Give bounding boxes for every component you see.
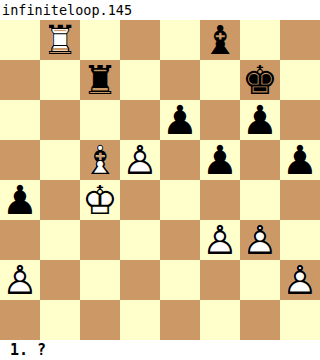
square-g8[interactable] bbox=[240, 20, 280, 60]
square-a5[interactable] bbox=[0, 140, 40, 180]
square-a3[interactable] bbox=[0, 220, 40, 260]
square-f7[interactable] bbox=[200, 60, 240, 100]
white-pawn: ♙ bbox=[120, 140, 160, 180]
square-h6[interactable] bbox=[280, 100, 320, 140]
square-a6[interactable] bbox=[0, 100, 40, 140]
square-b5[interactable] bbox=[40, 140, 80, 180]
white-king: ♔ bbox=[80, 180, 120, 220]
square-d1[interactable] bbox=[120, 300, 160, 340]
square-h4[interactable] bbox=[280, 180, 320, 220]
square-b6[interactable] bbox=[40, 100, 80, 140]
square-f6[interactable] bbox=[200, 100, 240, 140]
white-pawn-fill: ♟ bbox=[240, 220, 280, 260]
square-b2[interactable] bbox=[40, 260, 80, 300]
white-king-fill: ♚ bbox=[80, 180, 120, 220]
chess-diagram-page: infiniteloop.145 ♜♖♝♜♚♟♟♝♗♟♙♟♟♟♚♔♟♙♟♙♟♙♟… bbox=[0, 0, 320, 360]
square-e8[interactable] bbox=[160, 20, 200, 60]
square-f4[interactable] bbox=[200, 180, 240, 220]
square-g7[interactable]: ♚ bbox=[240, 60, 280, 100]
square-b8[interactable]: ♜♖ bbox=[40, 20, 80, 60]
square-d5[interactable]: ♟♙ bbox=[120, 140, 160, 180]
black-king: ♚ bbox=[240, 60, 280, 100]
move-prompt: 1. ? bbox=[0, 340, 320, 360]
square-h8[interactable] bbox=[280, 20, 320, 60]
square-c5[interactable]: ♝♗ bbox=[80, 140, 120, 180]
square-d8[interactable] bbox=[120, 20, 160, 60]
square-c1[interactable] bbox=[80, 300, 120, 340]
square-a4[interactable]: ♟ bbox=[0, 180, 40, 220]
white-pawn: ♙ bbox=[240, 220, 280, 260]
square-b3[interactable] bbox=[40, 220, 80, 260]
white-pawn: ♙ bbox=[280, 260, 320, 300]
square-b7[interactable] bbox=[40, 60, 80, 100]
square-g3[interactable]: ♟♙ bbox=[240, 220, 280, 260]
square-d3[interactable] bbox=[120, 220, 160, 260]
black-pawn: ♟ bbox=[0, 180, 40, 220]
square-g4[interactable] bbox=[240, 180, 280, 220]
square-e1[interactable] bbox=[160, 300, 200, 340]
white-bishop-fill: ♝ bbox=[80, 140, 120, 180]
square-b4[interactable] bbox=[40, 180, 80, 220]
square-e5[interactable] bbox=[160, 140, 200, 180]
square-e3[interactable] bbox=[160, 220, 200, 260]
page-title: infiniteloop.145 bbox=[0, 0, 320, 20]
square-f3[interactable]: ♟♙ bbox=[200, 220, 240, 260]
black-pawn: ♟ bbox=[200, 140, 240, 180]
white-pawn: ♙ bbox=[0, 260, 40, 300]
square-g6[interactable]: ♟ bbox=[240, 100, 280, 140]
square-g5[interactable] bbox=[240, 140, 280, 180]
black-bishop: ♝ bbox=[200, 20, 240, 60]
square-a7[interactable] bbox=[0, 60, 40, 100]
square-d2[interactable] bbox=[120, 260, 160, 300]
white-pawn-fill: ♟ bbox=[120, 140, 160, 180]
white-pawn-fill: ♟ bbox=[200, 220, 240, 260]
chess-board: ♜♖♝♜♚♟♟♝♗♟♙♟♟♟♚♔♟♙♟♙♟♙♟♙ bbox=[0, 20, 320, 340]
white-pawn-fill: ♟ bbox=[0, 260, 40, 300]
square-c8[interactable] bbox=[80, 20, 120, 60]
white-rook: ♖ bbox=[40, 20, 80, 60]
square-h5[interactable]: ♟ bbox=[280, 140, 320, 180]
square-b1[interactable] bbox=[40, 300, 80, 340]
black-pawn: ♟ bbox=[280, 140, 320, 180]
square-h3[interactable] bbox=[280, 220, 320, 260]
square-c7[interactable]: ♜ bbox=[80, 60, 120, 100]
square-e2[interactable] bbox=[160, 260, 200, 300]
black-pawn: ♟ bbox=[240, 100, 280, 140]
square-d7[interactable] bbox=[120, 60, 160, 100]
square-c4[interactable]: ♚♔ bbox=[80, 180, 120, 220]
square-g2[interactable] bbox=[240, 260, 280, 300]
square-a8[interactable] bbox=[0, 20, 40, 60]
square-c2[interactable] bbox=[80, 260, 120, 300]
white-pawn: ♙ bbox=[200, 220, 240, 260]
square-e7[interactable] bbox=[160, 60, 200, 100]
square-a1[interactable] bbox=[0, 300, 40, 340]
square-a2[interactable]: ♟♙ bbox=[0, 260, 40, 300]
white-bishop: ♗ bbox=[80, 140, 120, 180]
square-f1[interactable] bbox=[200, 300, 240, 340]
square-f8[interactable]: ♝ bbox=[200, 20, 240, 60]
square-e6[interactable]: ♟ bbox=[160, 100, 200, 140]
square-h1[interactable] bbox=[280, 300, 320, 340]
square-h2[interactable]: ♟♙ bbox=[280, 260, 320, 300]
white-pawn-fill: ♟ bbox=[280, 260, 320, 300]
square-f5[interactable]: ♟ bbox=[200, 140, 240, 180]
square-h7[interactable] bbox=[280, 60, 320, 100]
white-rook-fill: ♜ bbox=[40, 20, 80, 60]
square-f2[interactable] bbox=[200, 260, 240, 300]
square-d4[interactable] bbox=[120, 180, 160, 220]
black-pawn: ♟ bbox=[160, 100, 200, 140]
black-rook: ♜ bbox=[80, 60, 120, 100]
square-e4[interactable] bbox=[160, 180, 200, 220]
square-c3[interactable] bbox=[80, 220, 120, 260]
square-d6[interactable] bbox=[120, 100, 160, 140]
square-c6[interactable] bbox=[80, 100, 120, 140]
square-g1[interactable] bbox=[240, 300, 280, 340]
